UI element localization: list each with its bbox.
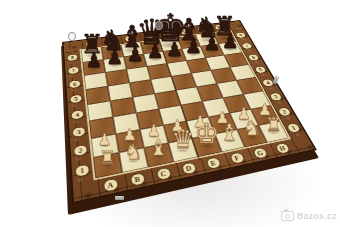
hinge-ring-icon	[155, 21, 163, 30]
hinge-ring-icon	[68, 32, 76, 41]
hinge-icon	[115, 196, 124, 200]
board-hardware-layer	[0, 0, 340, 227]
latch-icon	[272, 75, 279, 84]
watermark: Bazos.cz	[281, 211, 337, 221]
camera-icon	[281, 211, 294, 221]
photo-page: AABBCCDDEEFFGGHH1122334455667788 ♜♞♝♛♚♝♞…	[0, 0, 340, 227]
watermark-text: Bazos.cz	[297, 211, 337, 221]
